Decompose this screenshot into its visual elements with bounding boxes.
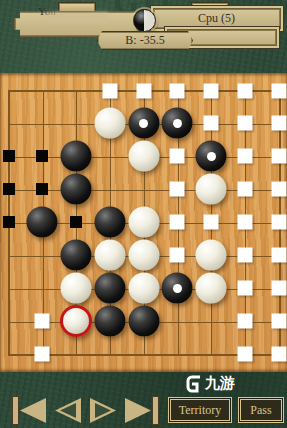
score-badge: B: -35.5	[97, 31, 193, 50]
stone-black	[128, 306, 159, 337]
white-territory-marker	[271, 83, 286, 98]
stone-white	[128, 240, 159, 271]
white-territory-marker	[237, 248, 252, 263]
header: GO You Cpu (5) B: -35.5	[0, 0, 287, 73]
dead-mark-dot	[173, 119, 182, 128]
white-territory-marker	[170, 248, 185, 263]
stone-black	[61, 240, 92, 271]
go-board[interactable]	[0, 73, 287, 372]
white-territory-marker	[204, 215, 219, 230]
stone-white	[128, 207, 159, 238]
nav-last-bar-icon	[152, 396, 159, 425]
nav-forward-button[interactable]	[90, 398, 116, 423]
stone-black-dead	[162, 108, 193, 139]
nav-controls	[12, 396, 159, 425]
territory-button[interactable]: Territory	[168, 397, 232, 423]
stone-black	[94, 273, 125, 304]
nav-back-button[interactable]	[55, 398, 81, 423]
stone-white	[94, 240, 125, 271]
nav-first-bar-icon	[12, 396, 19, 425]
white-territory-marker	[271, 149, 286, 164]
black-territory-marker	[3, 216, 15, 228]
white-territory-marker	[271, 182, 286, 197]
stone-black	[61, 141, 92, 172]
stone-white	[128, 141, 159, 172]
white-territory-marker	[204, 116, 219, 131]
white-territory-marker	[237, 346, 252, 361]
footer: 九游 Territory Pass	[0, 372, 287, 428]
pass-button[interactable]: Pass	[238, 397, 284, 423]
black-territory-marker	[3, 150, 15, 162]
white-territory-marker	[35, 314, 50, 329]
white-territory-marker	[170, 83, 185, 98]
turn-indicator-icon	[133, 9, 156, 32]
white-territory-marker	[170, 215, 185, 230]
white-territory-marker	[271, 116, 286, 131]
white-territory-marker	[35, 346, 50, 361]
jiuyou-logo: 九游	[186, 374, 235, 393]
nav-forward-icon	[90, 398, 116, 423]
nav-back-icon	[55, 398, 81, 423]
white-territory-marker	[237, 149, 252, 164]
white-territory-marker	[237, 116, 252, 131]
app: GO You Cpu (5) B: -35.5 九游	[0, 0, 287, 428]
black-territory-marker	[36, 150, 48, 162]
stone-black	[27, 207, 58, 238]
white-territory-marker	[237, 281, 252, 296]
nav-last-triangle-icon	[125, 398, 151, 423]
stone-white	[196, 273, 227, 304]
white-territory-marker	[271, 248, 286, 263]
black-territory-marker	[70, 216, 82, 228]
black-territory-marker	[3, 183, 15, 195]
score-text: B: -35.5	[125, 33, 164, 48]
white-territory-marker	[237, 215, 252, 230]
stone-white	[196, 174, 227, 205]
dead-mark-dot	[139, 119, 148, 128]
white-territory-marker	[102, 83, 117, 98]
white-territory-marker	[271, 346, 286, 361]
stone-black	[61, 174, 92, 205]
white-territory-marker	[271, 215, 286, 230]
nav-last-button[interactable]	[125, 396, 159, 425]
stone-black	[94, 306, 125, 337]
stone-black-dead	[128, 108, 159, 139]
white-territory-marker	[136, 83, 151, 98]
black-territory-marker	[36, 183, 48, 195]
stone-white	[94, 108, 125, 139]
stone-white	[128, 273, 159, 304]
right-player-name: Cpu (5)	[198, 11, 235, 26]
stone-black	[94, 207, 125, 238]
white-territory-marker	[271, 314, 286, 329]
white-territory-marker	[237, 83, 252, 98]
white-territory-marker	[237, 314, 252, 329]
left-name-blur-patch	[46, 13, 108, 22]
nav-first-button[interactable]	[12, 396, 46, 425]
white-territory-marker	[170, 149, 185, 164]
jiuyou-logo-text: 九游	[205, 374, 235, 393]
white-territory-marker	[271, 281, 286, 296]
dead-mark-dot	[207, 152, 216, 161]
stone-black-dead	[162, 273, 193, 304]
stone-black-dead	[196, 141, 227, 172]
white-territory-marker	[204, 83, 219, 98]
stone-white	[196, 240, 227, 271]
dead-mark-dot	[173, 284, 182, 293]
nav-first-triangle-icon	[20, 398, 46, 423]
stone-white-last-move	[60, 305, 92, 337]
white-territory-marker	[170, 182, 185, 197]
stone-white	[61, 273, 92, 304]
jiuyou-logo-icon	[186, 375, 202, 393]
white-territory-marker	[237, 182, 252, 197]
